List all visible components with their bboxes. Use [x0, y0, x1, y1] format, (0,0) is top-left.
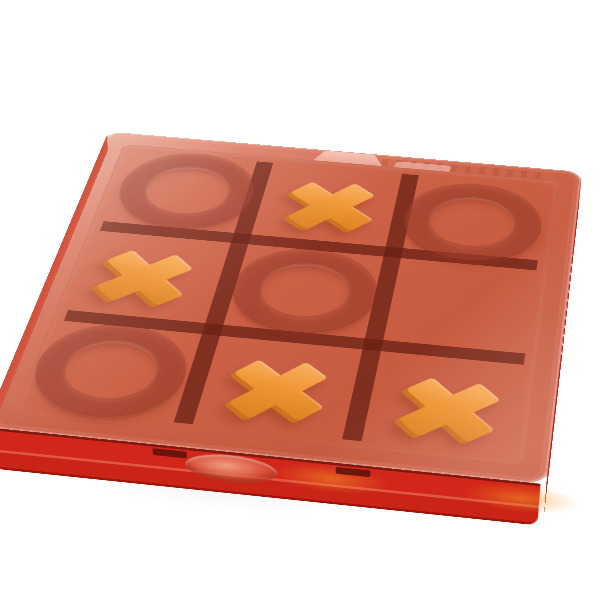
x-piece[interactable]: [76, 238, 213, 319]
board-cell-bottom-left[interactable]: [20, 314, 214, 428]
x-piece[interactable]: [204, 345, 353, 438]
board-cell-middle-left[interactable]: [59, 226, 242, 329]
tic-tac-toe-board: [13, 144, 559, 466]
board-cell-top-right[interactable]: [392, 171, 555, 267]
x-piece-glow: [437, 475, 600, 529]
case-lid: [0, 132, 582, 485]
o-piece[interactable]: [223, 244, 383, 338]
grid-line-end-mark: [152, 448, 186, 458]
x-piece[interactable]: [264, 169, 398, 244]
board-cell-center[interactable]: [214, 239, 392, 343]
board-cells: [20, 147, 555, 462]
x-piece[interactable]: [375, 364, 525, 457]
game-case: [0, 132, 582, 485]
board-cell-top-center[interactable]: [242, 159, 410, 253]
o-piece[interactable]: [108, 149, 263, 232]
product-photo: [0, 0, 600, 600]
board-cell-middle-right[interactable]: [372, 253, 544, 359]
board-cell-top-left[interactable]: [95, 147, 267, 240]
scene: [0, 0, 600, 600]
o-piece[interactable]: [397, 179, 544, 266]
board-cell-bottom-right[interactable]: [349, 344, 532, 462]
board-cell-bottom-center[interactable]: [183, 329, 372, 445]
o-piece[interactable]: [21, 320, 197, 423]
grid-line-horizontal-2: [64, 310, 525, 365]
